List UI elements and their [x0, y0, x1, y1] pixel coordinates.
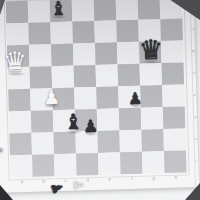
rank-label-8: 8	[182, 4, 194, 10]
square-b2[interactable]	[31, 132, 54, 155]
square-c7[interactable]	[50, 22, 73, 45]
rank-label-4: 4	[184, 92, 196, 98]
square-h1[interactable]	[164, 150, 187, 173]
square-g4[interactable]	[140, 85, 163, 108]
square-f3[interactable]	[119, 108, 142, 131]
square-h7[interactable]	[160, 19, 183, 42]
rank-label-1: 1	[186, 158, 198, 164]
rank-label-5: 5	[184, 70, 196, 76]
square-e2[interactable]	[97, 130, 120, 153]
square-f6[interactable]	[117, 42, 140, 65]
square-d8[interactable]	[72, 0, 95, 22]
square-c2[interactable]	[53, 132, 76, 155]
piece-black-bishop-c3[interactable]: ♝	[63, 112, 83, 134]
rank-label-3: 3	[185, 114, 197, 120]
square-f5[interactable]	[118, 64, 141, 87]
square-f2[interactable]	[119, 130, 142, 153]
file-label-g: g	[147, 175, 160, 181]
square-d5[interactable]	[74, 65, 97, 88]
square-h3[interactable]	[163, 106, 186, 129]
rank-label-7: 7	[182, 26, 194, 32]
square-a1[interactable]	[10, 155, 33, 178]
square-g3[interactable]	[141, 107, 164, 130]
square-b3[interactable]	[31, 110, 54, 133]
square-e1[interactable]	[98, 152, 121, 175]
square-a3[interactable]	[9, 111, 32, 134]
piece-white-pawn-b4[interactable]: ♟	[42, 88, 60, 108]
square-e3[interactable]	[97, 108, 120, 131]
file-label-e: e	[103, 177, 116, 183]
loose-white-piece[interactable]: ♙	[73, 180, 85, 191]
square-h8[interactable]	[160, 0, 183, 19]
square-c6[interactable]	[51, 44, 74, 67]
square-f7[interactable]	[116, 20, 139, 43]
square-g1[interactable]	[142, 151, 165, 174]
rank-label-2: 2	[186, 136, 198, 142]
piece-black-queen-g6[interactable]: ♛	[138, 36, 163, 64]
square-b7[interactable]	[28, 22, 51, 45]
square-f8[interactable]	[116, 0, 139, 20]
file-label-h: h	[169, 175, 182, 181]
rank-label-6: 6	[183, 48, 195, 54]
square-d7[interactable]	[72, 21, 95, 44]
square-h5[interactable]	[161, 62, 184, 85]
square-c5[interactable]	[52, 66, 75, 89]
square-b1[interactable]	[32, 154, 55, 177]
square-e5[interactable]	[96, 64, 119, 87]
square-g8[interactable]	[138, 0, 161, 20]
square-b8[interactable]	[28, 0, 51, 23]
square-c1[interactable]	[54, 154, 77, 177]
piece-black-pawn-f4[interactable]: ♟	[128, 91, 143, 107]
square-h2[interactable]	[163, 128, 186, 151]
loose-dark-piece[interactable]: ♟	[49, 180, 66, 197]
square-g5[interactable]	[140, 63, 163, 86]
square-e6[interactable]	[95, 42, 118, 65]
square-a2[interactable]	[9, 133, 32, 156]
square-d6[interactable]	[73, 43, 96, 66]
chessboard: abcdefgh 87654321 ✳	[0, 0, 199, 193]
piece-black-pawn-d3[interactable]: ♟	[82, 118, 98, 136]
square-e7[interactable]	[94, 20, 117, 43]
chessboard-photo: abcdefgh 87654321 ✳ ♝♛♛♟♟♝♟ ♟♙	[0, 0, 200, 200]
square-b6[interactable]	[29, 44, 52, 67]
square-a8[interactable]	[6, 1, 29, 24]
square-g2[interactable]	[141, 129, 164, 152]
square-d4[interactable]	[74, 87, 97, 110]
piece-white-queen-a5[interactable]: ♛	[2, 48, 27, 76]
square-e4[interactable]	[96, 86, 119, 109]
square-d1[interactable]	[76, 153, 99, 176]
square-h4[interactable]	[162, 84, 185, 107]
square-e8[interactable]	[94, 0, 117, 21]
square-a7[interactable]	[6, 23, 29, 46]
file-label-f: f	[125, 176, 138, 182]
file-label-a: a	[15, 179, 28, 185]
square-h6[interactable]	[161, 41, 184, 64]
piece-black-bishop-c8[interactable]: ♝	[49, 0, 67, 18]
square-a4[interactable]	[8, 89, 31, 112]
board-logo-icon: ✳	[0, 146, 5, 156]
square-f1[interactable]	[120, 152, 143, 175]
board-grid	[6, 0, 187, 177]
